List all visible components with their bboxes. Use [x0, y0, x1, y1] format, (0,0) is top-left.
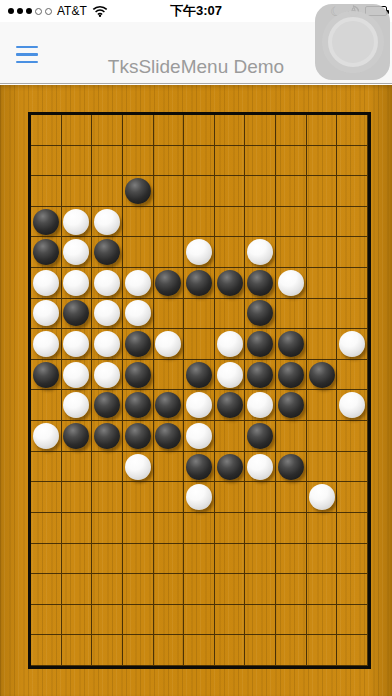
cell-15-4[interactable] [154, 574, 185, 605]
white-stone [63, 209, 89, 235]
black-stone [217, 392, 243, 418]
cell-12-4[interactable] [154, 482, 185, 513]
black-stone [247, 423, 273, 449]
cell-5-0[interactable] [31, 268, 62, 299]
cell-2-1[interactable] [62, 176, 93, 207]
white-stone [186, 484, 212, 510]
cell-11-3[interactable] [123, 452, 154, 483]
cell-0-2[interactable] [92, 115, 123, 146]
white-stone [309, 484, 335, 510]
cell-4-8[interactable] [276, 237, 307, 268]
cell-12-5[interactable] [184, 482, 215, 513]
assistive-touch-inner-circle [328, 17, 378, 67]
white-stone [247, 239, 273, 265]
cell-13-8[interactable] [276, 513, 307, 544]
cell-0-0[interactable] [31, 115, 62, 146]
black-stone [63, 423, 89, 449]
black-stone [125, 362, 151, 388]
cell-11-7[interactable] [245, 452, 276, 483]
cell-6-1[interactable] [62, 299, 93, 330]
cell-15-9[interactable] [307, 574, 338, 605]
cell-16-3[interactable] [123, 605, 154, 636]
cell-11-8[interactable] [276, 452, 307, 483]
black-stone [125, 392, 151, 418]
white-stone [33, 423, 59, 449]
cell-9-4[interactable] [154, 390, 185, 421]
cell-13-9[interactable] [307, 513, 338, 544]
black-stone [247, 270, 273, 296]
cell-12-7[interactable] [245, 482, 276, 513]
black-stone [155, 270, 181, 296]
cell-15-6[interactable] [215, 574, 246, 605]
cell-11-4[interactable] [154, 452, 185, 483]
white-stone [247, 392, 273, 418]
cell-3-3[interactable] [123, 207, 154, 238]
cell-4-2[interactable] [92, 237, 123, 268]
cell-11-9[interactable] [307, 452, 338, 483]
cell-15-0[interactable] [31, 574, 62, 605]
cell-16-7[interactable] [245, 605, 276, 636]
cell-17-8[interactable] [276, 635, 307, 666]
cell-3-6[interactable] [215, 207, 246, 238]
cell-11-5[interactable] [184, 452, 215, 483]
white-stone [247, 454, 273, 480]
cell-3-10[interactable] [337, 207, 368, 238]
cell-0-3[interactable] [123, 115, 154, 146]
cell-17-9[interactable] [307, 635, 338, 666]
cell-14-8[interactable] [276, 544, 307, 575]
cell-7-6[interactable] [215, 329, 246, 360]
cell-1-9[interactable] [307, 146, 338, 177]
cell-4-4[interactable] [154, 237, 185, 268]
cell-7-9[interactable] [307, 329, 338, 360]
cell-14-10[interactable] [337, 544, 368, 575]
cell-14-0[interactable] [31, 544, 62, 575]
cell-12-2[interactable] [92, 482, 123, 513]
cell-3-4[interactable] [154, 207, 185, 238]
cell-15-8[interactable] [276, 574, 307, 605]
black-stone [125, 178, 151, 204]
cell-3-7[interactable] [245, 207, 276, 238]
board-grid [28, 112, 371, 669]
cell-4-3[interactable] [123, 237, 154, 268]
cell-9-7[interactable] [245, 390, 276, 421]
black-stone [125, 423, 151, 449]
cell-10-3[interactable] [123, 421, 154, 452]
cell-17-2[interactable] [92, 635, 123, 666]
cell-17-1[interactable] [62, 635, 93, 666]
cell-6-10[interactable] [337, 299, 368, 330]
cell-14-1[interactable] [62, 544, 93, 575]
cell-4-6[interactable] [215, 237, 246, 268]
cell-10-7[interactable] [245, 421, 276, 452]
cell-5-10[interactable] [337, 268, 368, 299]
cell-3-0[interactable] [31, 207, 62, 238]
cell-8-5[interactable] [184, 360, 215, 391]
cell-17-6[interactable] [215, 635, 246, 666]
cell-8-9[interactable] [307, 360, 338, 391]
cell-1-5[interactable] [184, 146, 215, 177]
white-stone [94, 270, 120, 296]
cell-6-5[interactable] [184, 299, 215, 330]
cell-2-7[interactable] [245, 176, 276, 207]
cell-10-8[interactable] [276, 421, 307, 452]
cell-11-6[interactable] [215, 452, 246, 483]
white-stone [155, 331, 181, 357]
cell-11-1[interactable] [62, 452, 93, 483]
cell-15-5[interactable] [184, 574, 215, 605]
cell-9-3[interactable] [123, 390, 154, 421]
cell-4-5[interactable] [184, 237, 215, 268]
cell-10-9[interactable] [307, 421, 338, 452]
cell-7-1[interactable] [62, 329, 93, 360]
black-stone [278, 331, 304, 357]
cell-3-9[interactable] [307, 207, 338, 238]
cell-5-9[interactable] [307, 268, 338, 299]
white-stone [186, 239, 212, 265]
cell-1-7[interactable] [245, 146, 276, 177]
white-stone [63, 331, 89, 357]
cell-6-9[interactable] [307, 299, 338, 330]
cell-13-6[interactable] [215, 513, 246, 544]
cell-10-10[interactable] [337, 421, 368, 452]
cell-8-0[interactable] [31, 360, 62, 391]
cell-1-4[interactable] [154, 146, 185, 177]
cell-12-0[interactable] [31, 482, 62, 513]
cell-9-10[interactable] [337, 390, 368, 421]
cell-17-4[interactable] [154, 635, 185, 666]
cell-6-8[interactable] [276, 299, 307, 330]
white-stone [217, 331, 243, 357]
black-stone [186, 270, 212, 296]
cell-3-2[interactable] [92, 207, 123, 238]
cell-15-7[interactable] [245, 574, 276, 605]
cell-8-2[interactable] [92, 360, 123, 391]
cell-9-1[interactable] [62, 390, 93, 421]
black-stone [94, 239, 120, 265]
cell-8-6[interactable] [215, 360, 246, 391]
white-stone [125, 270, 151, 296]
cell-8-4[interactable] [154, 360, 185, 391]
cell-16-9[interactable] [307, 605, 338, 636]
cell-17-0[interactable] [31, 635, 62, 666]
cell-9-2[interactable] [92, 390, 123, 421]
cell-2-4[interactable] [154, 176, 185, 207]
cell-0-10[interactable] [337, 115, 368, 146]
black-stone [155, 423, 181, 449]
black-stone [217, 270, 243, 296]
white-stone [63, 362, 89, 388]
cell-17-5[interactable] [184, 635, 215, 666]
cell-5-2[interactable] [92, 268, 123, 299]
white-stone [33, 270, 59, 296]
white-stone [339, 331, 365, 357]
cell-13-2[interactable] [92, 513, 123, 544]
cell-5-4[interactable] [154, 268, 185, 299]
iphone-screen: AT&T 下午3:07 ☾ TksSlideMenu [0, 0, 392, 696]
cell-9-9[interactable] [307, 390, 338, 421]
cell-6-0[interactable] [31, 299, 62, 330]
cell-16-0[interactable] [31, 605, 62, 636]
cell-1-2[interactable] [92, 146, 123, 177]
cell-0-5[interactable] [184, 115, 215, 146]
cell-14-5[interactable] [184, 544, 215, 575]
white-stone [186, 392, 212, 418]
black-stone [247, 331, 273, 357]
cell-6-3[interactable] [123, 299, 154, 330]
cell-9-0[interactable] [31, 390, 62, 421]
cell-2-2[interactable] [92, 176, 123, 207]
black-stone [278, 392, 304, 418]
cell-8-8[interactable] [276, 360, 307, 391]
cell-11-10[interactable] [337, 452, 368, 483]
cell-6-2[interactable] [92, 299, 123, 330]
cell-5-7[interactable] [245, 268, 276, 299]
cell-7-4[interactable] [154, 329, 185, 360]
cell-14-6[interactable] [215, 544, 246, 575]
cell-14-7[interactable] [245, 544, 276, 575]
white-stone [94, 300, 120, 326]
black-stone [186, 454, 212, 480]
black-stone [278, 454, 304, 480]
hamburger-icon [16, 46, 38, 48]
cell-14-4[interactable] [154, 544, 185, 575]
assistive-touch-button[interactable] [315, 4, 390, 80]
white-stone [125, 300, 151, 326]
cell-16-2[interactable] [92, 605, 123, 636]
cell-5-6[interactable] [215, 268, 246, 299]
cell-10-4[interactable] [154, 421, 185, 452]
white-stone [33, 331, 59, 357]
cell-3-8[interactable] [276, 207, 307, 238]
cell-14-2[interactable] [92, 544, 123, 575]
black-stone [247, 300, 273, 326]
cell-13-7[interactable] [245, 513, 276, 544]
cell-12-8[interactable] [276, 482, 307, 513]
cell-8-3[interactable] [123, 360, 154, 391]
cell-2-5[interactable] [184, 176, 215, 207]
cell-10-5[interactable] [184, 421, 215, 452]
cell-13-4[interactable] [154, 513, 185, 544]
cell-16-4[interactable] [154, 605, 185, 636]
cell-12-1[interactable] [62, 482, 93, 513]
cell-4-1[interactable] [62, 237, 93, 268]
cell-5-3[interactable] [123, 268, 154, 299]
cell-13-0[interactable] [31, 513, 62, 544]
cell-17-10[interactable] [337, 635, 368, 666]
cell-1-6[interactable] [215, 146, 246, 177]
cell-7-5[interactable] [184, 329, 215, 360]
cell-4-0[interactable] [31, 237, 62, 268]
cell-13-1[interactable] [62, 513, 93, 544]
white-stone [125, 454, 151, 480]
cell-6-4[interactable] [154, 299, 185, 330]
white-stone [63, 270, 89, 296]
white-stone [339, 392, 365, 418]
black-stone [33, 362, 59, 388]
cell-2-8[interactable] [276, 176, 307, 207]
cell-15-10[interactable] [337, 574, 368, 605]
cell-5-8[interactable] [276, 268, 307, 299]
cell-5-1[interactable] [62, 268, 93, 299]
white-stone [63, 239, 89, 265]
cell-11-2[interactable] [92, 452, 123, 483]
cell-16-5[interactable] [184, 605, 215, 636]
cell-13-3[interactable] [123, 513, 154, 544]
black-stone [247, 362, 273, 388]
cell-15-3[interactable] [123, 574, 154, 605]
cell-2-10[interactable] [337, 176, 368, 207]
cell-4-7[interactable] [245, 237, 276, 268]
cell-7-8[interactable] [276, 329, 307, 360]
cell-1-8[interactable] [276, 146, 307, 177]
black-stone [125, 331, 151, 357]
black-stone [155, 392, 181, 418]
cell-7-3[interactable] [123, 329, 154, 360]
cell-6-6[interactable] [215, 299, 246, 330]
cell-15-2[interactable] [92, 574, 123, 605]
black-stone [186, 362, 212, 388]
cell-13-5[interactable] [184, 513, 215, 544]
cell-0-1[interactable] [62, 115, 93, 146]
white-stone [94, 209, 120, 235]
cell-10-6[interactable] [215, 421, 246, 452]
cell-2-9[interactable] [307, 176, 338, 207]
cell-9-5[interactable] [184, 390, 215, 421]
cell-0-8[interactable] [276, 115, 307, 146]
cell-14-9[interactable] [307, 544, 338, 575]
cell-12-6[interactable] [215, 482, 246, 513]
black-stone [63, 300, 89, 326]
cell-9-6[interactable] [215, 390, 246, 421]
cell-10-2[interactable] [92, 421, 123, 452]
cell-3-1[interactable] [62, 207, 93, 238]
cell-16-6[interactable] [215, 605, 246, 636]
black-stone [33, 209, 59, 235]
cell-8-1[interactable] [62, 360, 93, 391]
white-stone [217, 362, 243, 388]
cell-12-10[interactable] [337, 482, 368, 513]
goban-wood [0, 85, 392, 696]
cell-2-0[interactable] [31, 176, 62, 207]
white-stone [94, 331, 120, 357]
cell-6-7[interactable] [245, 299, 276, 330]
black-stone [33, 239, 59, 265]
cell-7-10[interactable] [337, 329, 368, 360]
cell-2-3[interactable] [123, 176, 154, 207]
cell-1-3[interactable] [123, 146, 154, 177]
white-stone [94, 362, 120, 388]
cell-0-4[interactable] [154, 115, 185, 146]
cell-16-8[interactable] [276, 605, 307, 636]
white-stone [33, 300, 59, 326]
cell-11-0[interactable] [31, 452, 62, 483]
cell-17-3[interactable] [123, 635, 154, 666]
cell-16-1[interactable] [62, 605, 93, 636]
black-stone [217, 454, 243, 480]
cell-1-0[interactable] [31, 146, 62, 177]
cell-14-3[interactable] [123, 544, 154, 575]
cell-8-10[interactable] [337, 360, 368, 391]
black-stone [278, 362, 304, 388]
cell-4-9[interactable] [307, 237, 338, 268]
black-stone [309, 362, 335, 388]
cell-7-0[interactable] [31, 329, 62, 360]
cell-13-10[interactable] [337, 513, 368, 544]
cell-15-1[interactable] [62, 574, 93, 605]
cell-0-9[interactable] [307, 115, 338, 146]
cell-10-0[interactable] [31, 421, 62, 452]
cell-16-10[interactable] [337, 605, 368, 636]
white-stone [63, 392, 89, 418]
cell-10-1[interactable] [62, 421, 93, 452]
black-stone [94, 392, 120, 418]
cell-2-6[interactable] [215, 176, 246, 207]
cell-12-9[interactable] [307, 482, 338, 513]
cell-0-6[interactable] [215, 115, 246, 146]
cell-0-7[interactable] [245, 115, 276, 146]
cell-4-10[interactable] [337, 237, 368, 268]
cell-3-5[interactable] [184, 207, 215, 238]
black-stone [94, 423, 120, 449]
cell-7-7[interactable] [245, 329, 276, 360]
white-stone [278, 270, 304, 296]
cell-12-3[interactable] [123, 482, 154, 513]
cell-17-7[interactable] [245, 635, 276, 666]
cell-7-2[interactable] [92, 329, 123, 360]
cell-9-8[interactable] [276, 390, 307, 421]
cell-8-7[interactable] [245, 360, 276, 391]
cell-5-5[interactable] [184, 268, 215, 299]
cell-1-1[interactable] [62, 146, 93, 177]
assistive-touch-outer-circle [322, 11, 384, 73]
cell-1-10[interactable] [337, 146, 368, 177]
white-stone [186, 423, 212, 449]
